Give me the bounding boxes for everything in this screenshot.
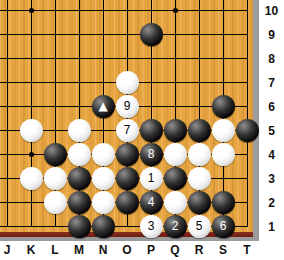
board-point-O8[interactable] — [115, 46, 139, 70]
board-point-Q8[interactable] — [163, 46, 187, 70]
board-point-J9[interactable] — [0, 22, 19, 46]
stone-black-O4 — [116, 143, 139, 166]
stone-black-S2 — [212, 191, 235, 214]
board-point-M4[interactable] — [67, 142, 91, 166]
stone-white-S5 — [212, 119, 235, 142]
board-point-S6[interactable] — [211, 94, 235, 118]
board-point-M3[interactable] — [67, 166, 91, 190]
stone-black-P5 — [140, 119, 163, 142]
board-point-T2[interactable] — [235, 190, 259, 214]
board-point-P2[interactable]: 4 — [139, 190, 163, 214]
stone-white-P3: 1 — [140, 167, 163, 190]
board-point-N3[interactable] — [91, 166, 115, 190]
board-point-T10[interactable] — [235, 0, 259, 22]
stone-white-Q2 — [164, 191, 187, 214]
stone-black-P2: 4 — [140, 191, 163, 214]
board-point-R10[interactable] — [187, 0, 211, 22]
go-board[interactable]: ▲978143256 — [0, 0, 259, 238]
board-point-N7[interactable] — [91, 70, 115, 94]
board-point-J8[interactable] — [0, 46, 19, 70]
column-label-T: T — [238, 243, 256, 257]
stone-white-O7 — [116, 71, 139, 94]
board-point-J1[interactable] — [0, 214, 19, 238]
board-point-R2[interactable] — [187, 190, 211, 214]
stone-black-L4 — [44, 143, 67, 166]
move-number-1: 1 — [148, 172, 155, 184]
board-point-P9[interactable] — [139, 22, 163, 46]
stone-white-N3 — [92, 167, 115, 190]
stone-black-Q3 — [164, 167, 187, 190]
go-diagram: ▲978143256 JKLMNOPQRST 10987654321 — [0, 0, 284, 260]
board-point-O9[interactable] — [115, 22, 139, 46]
column-label-K: K — [22, 243, 40, 257]
row-label-10: 10 — [259, 4, 284, 18]
stone-white-Q4 — [164, 143, 187, 166]
board-point-L10[interactable] — [43, 0, 67, 22]
board-point-L2[interactable] — [43, 190, 67, 214]
stone-white-N4 — [92, 143, 115, 166]
board-point-Q5[interactable] — [163, 118, 187, 142]
board-point-Q2[interactable] — [163, 190, 187, 214]
board-point-N5[interactable] — [91, 118, 115, 142]
stone-black-O3 — [116, 167, 139, 190]
board-point-J4[interactable] — [0, 142, 19, 166]
stone-black-N6: ▲ — [92, 95, 115, 118]
stone-black-Q1: 2 — [164, 215, 187, 238]
stone-black-P9 — [140, 23, 163, 46]
board-point-K1[interactable] — [19, 214, 43, 238]
board-point-L7[interactable] — [43, 70, 67, 94]
stone-white-P1: 3 — [140, 215, 163, 238]
board-point-O3[interactable] — [115, 166, 139, 190]
board-point-O6[interactable]: 9 — [115, 94, 139, 118]
column-label-O: O — [118, 243, 136, 257]
board-point-S3[interactable] — [211, 166, 235, 190]
stone-black-R2 — [188, 191, 211, 214]
stone-white-K3 — [20, 167, 43, 190]
board-point-Q3[interactable] — [163, 166, 187, 190]
board-point-P3[interactable]: 1 — [139, 166, 163, 190]
row-label-9: 9 — [259, 28, 284, 42]
board-point-Q9[interactable] — [163, 22, 187, 46]
board-point-K10[interactable] — [19, 0, 43, 22]
stone-white-M4 — [68, 143, 91, 166]
board-point-O2[interactable] — [115, 190, 139, 214]
board-point-K5[interactable] — [19, 118, 43, 142]
board-point-L6[interactable] — [43, 94, 67, 118]
board-point-S8[interactable] — [211, 46, 235, 70]
board-point-J5[interactable] — [0, 118, 19, 142]
board-point-P7[interactable] — [139, 70, 163, 94]
row-label-7: 7 — [259, 76, 284, 90]
board-point-P8[interactable] — [139, 46, 163, 70]
stone-white-O5: 7 — [116, 119, 139, 142]
board-point-M9[interactable] — [67, 22, 91, 46]
stone-black-S1: 6 — [212, 215, 235, 238]
board-point-K2[interactable] — [19, 190, 43, 214]
board-point-O10[interactable] — [115, 0, 139, 22]
column-label-Q: Q — [166, 243, 184, 257]
board-point-J3[interactable] — [0, 166, 19, 190]
board-point-M1[interactable] — [67, 214, 91, 238]
board-point-N6[interactable]: ▲ — [91, 94, 115, 118]
board-point-M2[interactable] — [67, 190, 91, 214]
board-point-M7[interactable] — [67, 70, 91, 94]
board-point-J6[interactable] — [0, 94, 19, 118]
board-point-M10[interactable] — [67, 0, 91, 22]
board-point-R9[interactable] — [187, 22, 211, 46]
board-point-R1[interactable]: 5 — [187, 214, 211, 238]
board-point-Q1[interactable]: 2 — [163, 214, 187, 238]
stone-white-R4 — [188, 143, 211, 166]
stone-white-O6: 9 — [116, 95, 139, 118]
board-point-Q6[interactable] — [163, 94, 187, 118]
board-point-T5[interactable] — [235, 118, 259, 142]
stone-black-O2 — [116, 191, 139, 214]
board-point-N9[interactable] — [91, 22, 115, 46]
stone-white-M5 — [68, 119, 91, 142]
board-point-K9[interactable] — [19, 22, 43, 46]
board-point-L4[interactable] — [43, 142, 67, 166]
board-point-P6[interactable] — [139, 94, 163, 118]
move-number-5: 5 — [196, 220, 203, 232]
board-point-Q10[interactable] — [163, 0, 187, 22]
board-point-K8[interactable] — [19, 46, 43, 70]
board-point-N1[interactable] — [91, 214, 115, 238]
stone-white-K5 — [20, 119, 43, 142]
board-point-S9[interactable] — [211, 22, 235, 46]
stone-black-T5 — [236, 119, 259, 142]
column-label-M: M — [70, 243, 88, 257]
board-point-M6[interactable] — [67, 94, 91, 118]
column-label-R: R — [190, 243, 208, 257]
move-number-2: 2 — [172, 220, 179, 232]
board-point-Q7[interactable] — [163, 70, 187, 94]
board-point-O7[interactable] — [115, 70, 139, 94]
board-point-L8[interactable] — [43, 46, 67, 70]
board-point-T1[interactable] — [235, 214, 259, 238]
stone-white-N2 — [92, 191, 115, 214]
board-point-P5[interactable] — [139, 118, 163, 142]
stone-black-M3 — [68, 167, 91, 190]
board-point-R3[interactable] — [187, 166, 211, 190]
board-point-R7[interactable] — [187, 70, 211, 94]
move-number-7: 7 — [124, 124, 131, 136]
stone-black-Q5 — [164, 119, 187, 142]
row-label-5: 5 — [259, 124, 284, 138]
stone-white-L2 — [44, 191, 67, 214]
board-point-K6[interactable] — [19, 94, 43, 118]
board-point-J2[interactable] — [0, 190, 19, 214]
board-point-L9[interactable] — [43, 22, 67, 46]
board-point-P4[interactable]: 8 — [139, 142, 163, 166]
board-point-K4[interactable] — [19, 142, 43, 166]
board-point-N2[interactable] — [91, 190, 115, 214]
stone-black-R5 — [188, 119, 211, 142]
row-label-8: 8 — [259, 52, 284, 66]
board-point-K7[interactable] — [19, 70, 43, 94]
board-point-N8[interactable] — [91, 46, 115, 70]
row-label-1: 1 — [259, 220, 284, 234]
board-point-L1[interactable] — [43, 214, 67, 238]
row-label-6: 6 — [259, 100, 284, 114]
board-point-P1[interactable]: 3 — [139, 214, 163, 238]
board-point-T6[interactable] — [235, 94, 259, 118]
triangle-mark-icon: ▲ — [98, 100, 107, 112]
stone-black-M1 — [68, 215, 91, 238]
board-point-O4[interactable] — [115, 142, 139, 166]
board-point-T9[interactable] — [235, 22, 259, 46]
move-number-9: 9 — [124, 100, 131, 112]
board-point-P10[interactable] — [139, 0, 163, 22]
board-point-S10[interactable] — [211, 0, 235, 22]
board-point-S1[interactable]: 6 — [211, 214, 235, 238]
board-point-Q4[interactable] — [163, 142, 187, 166]
stone-white-L3 — [44, 167, 67, 190]
row-label-4: 4 — [259, 148, 284, 162]
board-point-S4[interactable] — [211, 142, 235, 166]
stone-black-M2 — [68, 191, 91, 214]
board-point-O5[interactable]: 7 — [115, 118, 139, 142]
column-label-N: N — [94, 243, 112, 257]
board-point-L3[interactable] — [43, 166, 67, 190]
board-point-S5[interactable] — [211, 118, 235, 142]
move-number-3: 3 — [148, 220, 155, 232]
column-label-S: S — [214, 243, 232, 257]
move-number-4: 4 — [148, 196, 155, 208]
row-label-3: 3 — [259, 172, 284, 186]
board-point-J10[interactable] — [0, 0, 19, 22]
row-label-2: 2 — [259, 196, 284, 210]
column-label-J: J — [0, 243, 16, 257]
column-label-P: P — [142, 243, 160, 257]
board-point-O1[interactable] — [115, 214, 139, 238]
board-point-T8[interactable] — [235, 46, 259, 70]
board-point-M8[interactable] — [67, 46, 91, 70]
board-point-J7[interactable] — [0, 70, 19, 94]
board-point-T3[interactable] — [235, 166, 259, 190]
stone-black-P4: 8 — [140, 143, 163, 166]
stone-white-S4 — [212, 143, 235, 166]
board-point-R5[interactable] — [187, 118, 211, 142]
board-point-T4[interactable] — [235, 142, 259, 166]
move-number-6: 6 — [220, 220, 227, 232]
board-point-R4[interactable] — [187, 142, 211, 166]
column-label-L: L — [46, 243, 64, 257]
stone-black-S6 — [212, 95, 235, 118]
board-point-R8[interactable] — [187, 46, 211, 70]
move-number-8: 8 — [148, 148, 155, 160]
board-point-S2[interactable] — [211, 190, 235, 214]
board-point-L5[interactable] — [43, 118, 67, 142]
board-point-K3[interactable] — [19, 166, 43, 190]
board-point-S7[interactable] — [211, 70, 235, 94]
stone-white-R1: 5 — [188, 215, 211, 238]
stone-white-R3 — [188, 167, 211, 190]
board-point-M5[interactable] — [67, 118, 91, 142]
board-point-R6[interactable] — [187, 94, 211, 118]
board-point-N10[interactable] — [91, 0, 115, 22]
stone-black-N1 — [92, 215, 115, 238]
board-point-N4[interactable] — [91, 142, 115, 166]
board-point-T7[interactable] — [235, 70, 259, 94]
